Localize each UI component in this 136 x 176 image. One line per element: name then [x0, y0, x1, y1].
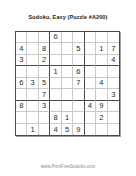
- cell-r9c2: 1: [27, 124, 38, 135]
- cell-r2c5: [62, 43, 73, 54]
- cell-r1c8: [96, 32, 107, 43]
- sudoku-grid: 64851732416635747383498121459: [15, 31, 120, 136]
- cell-r1c5: [62, 32, 73, 43]
- cell-r8c9: [108, 112, 119, 123]
- cell-r7c8: 9: [96, 101, 107, 112]
- cell-r4c4: 1: [50, 66, 61, 77]
- cell-r8c7: [85, 112, 96, 123]
- cell-r7c5: [62, 101, 73, 112]
- cell-r9c7: [85, 124, 96, 135]
- cell-r4c8: [96, 66, 107, 77]
- cell-r7c2: [27, 101, 38, 112]
- cell-r1c2: [27, 32, 38, 43]
- cell-r4c1: [16, 66, 27, 77]
- cell-r8c2: [27, 112, 38, 123]
- cell-r3c4: [50, 55, 61, 66]
- cell-r5c8: 4: [96, 78, 107, 89]
- cell-r6c9: 3: [108, 89, 119, 100]
- cell-r1c6: [73, 32, 84, 43]
- cell-r6c5: [62, 89, 73, 100]
- cell-r6c6: [73, 89, 84, 100]
- cell-r5c4: [50, 78, 61, 89]
- cell-r5c2: 3: [27, 78, 38, 89]
- cell-r5c9: [108, 78, 119, 89]
- cell-r7c6: [73, 101, 84, 112]
- cell-r3c6: [73, 55, 84, 66]
- cell-r6c3: 7: [39, 89, 50, 100]
- cell-r4c5: [62, 66, 73, 77]
- cell-r8c4: 8: [50, 112, 61, 123]
- cell-r9c5: 5: [62, 124, 73, 135]
- cell-r5c5: [62, 78, 73, 89]
- cell-r8c6: [73, 112, 84, 123]
- cell-r7c3: 3: [39, 101, 50, 112]
- cell-r9c1: [16, 124, 27, 135]
- cell-r4c3: [39, 66, 50, 77]
- cell-r1c3: [39, 32, 50, 43]
- cell-r2c9: 7: [108, 43, 119, 54]
- cell-r2c6: 5: [73, 43, 84, 54]
- cell-r9c8: [96, 124, 107, 135]
- cell-r6c8: [96, 89, 107, 100]
- cell-r6c7: [85, 89, 96, 100]
- page-title: Sudoku, Easy (Puzzle #A200): [0, 14, 136, 20]
- cell-r9c9: [108, 124, 119, 135]
- cell-r4c6: 6: [73, 66, 84, 77]
- cell-r7c9: [108, 101, 119, 112]
- cell-r4c2: [27, 66, 38, 77]
- cell-r3c3: 2: [39, 55, 50, 66]
- cell-r8c3: [39, 112, 50, 123]
- cell-r3c9: 4: [108, 55, 119, 66]
- cell-r8c8: 2: [96, 112, 107, 123]
- cell-r3c2: [27, 55, 38, 66]
- cell-r2c2: [27, 43, 38, 54]
- cell-r2c3: 8: [39, 43, 50, 54]
- cell-r4c9: [108, 66, 119, 77]
- cell-r6c1: [16, 89, 27, 100]
- cell-r9c4: 4: [50, 124, 61, 135]
- cell-r8c1: [16, 112, 27, 123]
- cell-r7c1: 8: [16, 101, 27, 112]
- cell-r1c7: [85, 32, 96, 43]
- cell-r5c6: 7: [73, 78, 84, 89]
- cell-r7c7: 4: [85, 101, 96, 112]
- cell-r1c9: [108, 32, 119, 43]
- cell-r3c7: [85, 55, 96, 66]
- cell-r8c5: 1: [62, 112, 73, 123]
- cell-r4c7: [85, 66, 96, 77]
- cell-r5c3: 5: [39, 78, 50, 89]
- cell-r3c1: 3: [16, 55, 27, 66]
- cell-r6c2: [27, 89, 38, 100]
- cell-r9c6: 9: [73, 124, 84, 135]
- cell-r2c1: 4: [16, 43, 27, 54]
- cell-r2c7: [85, 43, 96, 54]
- cell-r2c4: [50, 43, 61, 54]
- cell-r6c4: [50, 89, 61, 100]
- footer-url: www.PrintFreeSudoku.com: [0, 164, 136, 169]
- cell-r5c7: [85, 78, 96, 89]
- cell-r5c1: 6: [16, 78, 27, 89]
- printable-sudoku-page: Sudoku, Easy (Puzzle #A200) 648517324166…: [0, 0, 136, 176]
- cell-r2c8: 1: [96, 43, 107, 54]
- cell-r7c4: [50, 101, 61, 112]
- cell-r1c1: [16, 32, 27, 43]
- cell-r1c4: 6: [50, 32, 61, 43]
- cell-r3c8: [96, 55, 107, 66]
- cell-r3c5: [62, 55, 73, 66]
- cell-r9c3: [39, 124, 50, 135]
